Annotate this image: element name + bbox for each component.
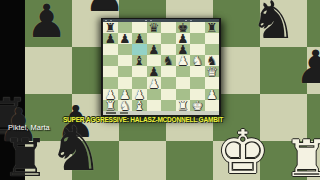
square-g7[interactable] — [190, 33, 205, 44]
black-rook: ♜ — [205, 22, 220, 33]
square-g3[interactable] — [190, 77, 205, 88]
background-black-pawn: ♟ — [84, 0, 125, 18]
white-rook: ♜ — [176, 100, 191, 111]
square-a5[interactable] — [103, 55, 118, 66]
square-b5[interactable] — [118, 55, 133, 66]
square-g4[interactable] — [190, 66, 205, 77]
white-bishop: ♝ — [132, 100, 147, 111]
square-h8[interactable]: ♜ — [205, 22, 220, 33]
square-d2[interactable] — [147, 89, 162, 100]
square-c4[interactable] — [132, 66, 147, 77]
square-c1[interactable]: ♝ — [132, 100, 147, 111]
black-knight: ♞ — [161, 55, 176, 66]
white-king: ♚ — [190, 100, 205, 111]
square-f3[interactable] — [176, 77, 191, 88]
white-pawn: ♟ — [205, 89, 220, 100]
square-g1[interactable]: ♚ — [190, 100, 205, 111]
player-name-label: Piktel, Marta — [8, 123, 50, 132]
square-b6[interactable] — [118, 44, 133, 55]
square-f1[interactable]: ♜ — [176, 100, 191, 111]
square-f5[interactable]: ♟ — [176, 55, 191, 66]
black-queen: ♛ — [147, 22, 162, 33]
inset-analysis-board-window: ♜♛♚♜♟♟♟♟♟♟♝♞♟♞♞♟♛♟♟♟♟♟♜♞♝♜♚ — [101, 18, 221, 118]
background-black-rook: ♜ — [2, 132, 49, 180]
black-pawn: ♟ — [132, 33, 147, 44]
square-h2[interactable]: ♟ — [205, 89, 220, 100]
square-b4[interactable] — [118, 66, 133, 77]
white-pawn: ♟ — [147, 77, 162, 88]
square-a1[interactable]: ♜ — [103, 100, 118, 111]
white-knight: ♞ — [118, 100, 133, 111]
square-e3[interactable] — [161, 77, 176, 88]
square-c7[interactable]: ♟ — [132, 33, 147, 44]
square-g5[interactable]: ♞ — [190, 55, 205, 66]
black-bishop: ♝ — [132, 55, 147, 66]
square-e7[interactable] — [161, 33, 176, 44]
square-h7[interactable] — [205, 33, 220, 44]
square-e5[interactable]: ♞ — [161, 55, 176, 66]
black-pawn: ♟ — [147, 44, 162, 55]
square-d3[interactable]: ♟ — [147, 77, 162, 88]
square-e1[interactable] — [161, 100, 176, 111]
background-black-pawn: ♟ — [26, 0, 67, 44]
square-h1[interactable] — [205, 100, 220, 111]
square-d1[interactable] — [147, 100, 162, 111]
square-d6[interactable]: ♟ — [147, 44, 162, 55]
white-queen: ♛ — [205, 66, 220, 77]
background-black-knight: ♞ — [48, 118, 104, 180]
square-f4[interactable] — [176, 66, 191, 77]
chess-board[interactable]: ♜♛♚♜♟♟♟♟♟♟♝♞♟♞♞♟♛♟♟♟♟♟♜♞♝♜♚ — [103, 22, 219, 111]
square-g8[interactable] — [190, 22, 205, 33]
square-c5[interactable]: ♝ — [132, 55, 147, 66]
white-knight: ♞ — [190, 55, 205, 66]
square-e2[interactable] — [161, 89, 176, 100]
white-pawn: ♟ — [176, 55, 191, 66]
background-white-rook: ♜ — [284, 134, 320, 180]
square-a7[interactable]: ♟ — [103, 33, 118, 44]
square-e4[interactable] — [161, 66, 176, 77]
square-b7[interactable]: ♟ — [118, 33, 133, 44]
white-rook: ♜ — [103, 100, 118, 111]
video-title-banner: SUPER AGGRESSIVE: HALASZ-MCDONNELL GAMBI… — [0, 116, 286, 123]
black-pawn: ♟ — [118, 33, 133, 44]
thumbnail-frame: ♟♟♞♟♜♟♟♞♜♚♜ ♜♛♚♜♟♟♟♟♟♟♝♞♟♞♞♟♛♟♟♟♟♟♜♞♝♜♚ … — [0, 0, 320, 180]
black-pawn: ♟ — [103, 33, 118, 44]
background-black-knight: ♞ — [250, 0, 297, 46]
square-h4[interactable]: ♛ — [205, 66, 220, 77]
background-black-pawn: ♟ — [295, 44, 320, 90]
background-white-king: ♚ — [216, 122, 270, 180]
square-d8[interactable]: ♛ — [147, 22, 162, 33]
square-b1[interactable]: ♞ — [118, 100, 133, 111]
square-e8[interactable] — [161, 22, 176, 33]
square-a4[interactable] — [103, 66, 118, 77]
square-a6[interactable] — [103, 44, 118, 55]
